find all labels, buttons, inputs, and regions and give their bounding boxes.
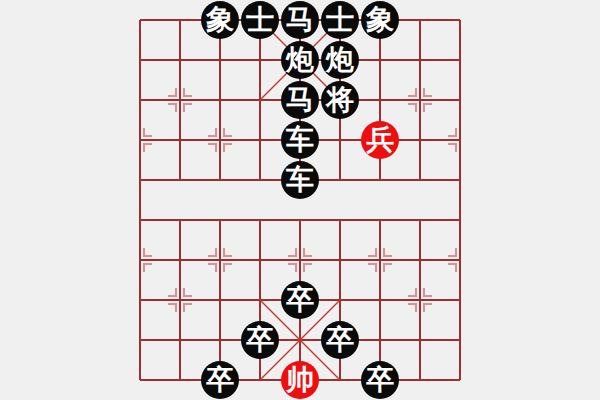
piece-black-士[interactable]: 士 (241, 1, 279, 39)
piece-red-帅[interactable]: 帅 (281, 361, 319, 399)
piece-black-士[interactable]: 士 (321, 1, 359, 39)
piece-black-炮[interactable]: 炮 (281, 41, 319, 79)
piece-black-车[interactable]: 车 (281, 121, 319, 159)
piece-black-马[interactable]: 马 (281, 1, 319, 39)
piece-black-将[interactable]: 将 (321, 81, 359, 119)
piece-black-炮[interactable]: 炮 (321, 41, 359, 79)
board-point: 车 (280, 160, 320, 200)
board-point: 象 (200, 0, 240, 40)
piece-black-卒[interactable]: 卒 (281, 281, 319, 319)
piece-black-卒[interactable]: 卒 (321, 321, 359, 359)
board-point: 士 (240, 0, 280, 40)
board-point: 卒 (200, 360, 240, 400)
board-point: 卒 (240, 320, 280, 360)
piece-red-兵[interactable]: 兵 (361, 121, 399, 159)
board-point: 士 (320, 0, 360, 40)
board-point: 卒 (320, 320, 360, 360)
board-point: 马 (280, 0, 320, 40)
piece-black-马[interactable]: 马 (281, 81, 319, 119)
board-point: 帅 (280, 360, 320, 400)
board-point: 将 (320, 80, 360, 120)
piece-black-卒[interactable]: 卒 (241, 321, 279, 359)
board-point: 卒 (280, 280, 320, 320)
piece-black-卒[interactable]: 卒 (361, 361, 399, 399)
piece-black-卒[interactable]: 卒 (201, 361, 239, 399)
xiangqi-diagram: 象士马士象炮炮马将车兵车卒卒卒卒帅卒 (0, 0, 600, 400)
piece-black-车[interactable]: 车 (281, 161, 319, 199)
board-point: 象 (360, 0, 400, 40)
piece-black-象[interactable]: 象 (361, 1, 399, 39)
board-point: 炮 (280, 40, 320, 80)
board-point: 马 (280, 80, 320, 120)
piece-black-象[interactable]: 象 (201, 1, 239, 39)
board-point: 卒 (360, 360, 400, 400)
board-point: 兵 (360, 120, 400, 160)
board-point: 车 (280, 120, 320, 160)
board-point: 炮 (320, 40, 360, 80)
piece-layer: 象士马士象炮炮马将车兵车卒卒卒卒帅卒 (120, 0, 480, 400)
